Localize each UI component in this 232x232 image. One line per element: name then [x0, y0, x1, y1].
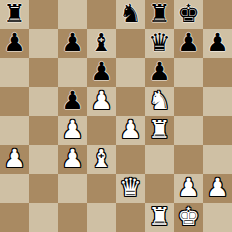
square-c4[interactable]: ♟ — [58, 116, 87, 145]
white-rook[interactable]: ♜ — [148, 202, 170, 231]
black-pawn[interactable]: ♟ — [177, 28, 199, 57]
black-king[interactable]: ♚ — [177, 0, 199, 28]
square-d8[interactable] — [87, 0, 116, 29]
square-b3[interactable] — [29, 145, 58, 174]
black-pawn[interactable]: ♟ — [148, 57, 170, 86]
square-f7[interactable]: ♛ — [145, 29, 174, 58]
white-knight[interactable]: ♞ — [148, 86, 170, 115]
square-d1[interactable] — [87, 203, 116, 232]
white-pawn[interactable]: ♟ — [177, 173, 199, 202]
square-g6[interactable] — [174, 58, 203, 87]
white-king[interactable]: ♚ — [177, 202, 199, 231]
square-b8[interactable] — [29, 0, 58, 29]
square-g1[interactable]: ♚ — [174, 203, 203, 232]
square-g5[interactable] — [174, 87, 203, 116]
square-h6[interactable] — [203, 58, 232, 87]
square-e7[interactable] — [116, 29, 145, 58]
black-queen[interactable]: ♛ — [148, 28, 170, 57]
square-e6[interactable] — [116, 58, 145, 87]
square-d2[interactable] — [87, 174, 116, 203]
square-d7[interactable]: ♝ — [87, 29, 116, 58]
square-h5[interactable] — [203, 87, 232, 116]
square-g4[interactable] — [174, 116, 203, 145]
square-a5[interactable] — [0, 87, 29, 116]
black-rook[interactable]: ♜ — [3, 0, 25, 28]
square-a4[interactable] — [0, 116, 29, 145]
square-f8[interactable]: ♜ — [145, 0, 174, 29]
square-c8[interactable] — [58, 0, 87, 29]
square-b7[interactable] — [29, 29, 58, 58]
black-pawn[interactable]: ♟ — [61, 28, 83, 57]
white-pawn[interactable]: ♟ — [61, 144, 83, 173]
black-knight[interactable]: ♞ — [119, 0, 141, 28]
white-pawn[interactable]: ♟ — [3, 144, 25, 173]
square-f3[interactable] — [145, 145, 174, 174]
white-bishop[interactable]: ♝ — [90, 144, 112, 173]
square-a7[interactable]: ♟ — [0, 29, 29, 58]
square-b4[interactable] — [29, 116, 58, 145]
black-pawn[interactable]: ♟ — [206, 28, 228, 57]
white-queen[interactable]: ♛ — [119, 173, 141, 202]
square-a2[interactable] — [0, 174, 29, 203]
square-b2[interactable] — [29, 174, 58, 203]
square-e8[interactable]: ♞ — [116, 0, 145, 29]
square-g8[interactable]: ♚ — [174, 0, 203, 29]
white-pawn[interactable]: ♟ — [119, 115, 141, 144]
square-c2[interactable] — [58, 174, 87, 203]
square-c1[interactable] — [58, 203, 87, 232]
square-e4[interactable]: ♟ — [116, 116, 145, 145]
square-c5[interactable]: ♟ — [58, 87, 87, 116]
white-pawn[interactable]: ♟ — [90, 86, 112, 115]
black-bishop[interactable]: ♝ — [90, 28, 112, 57]
white-pawn[interactable]: ♟ — [206, 173, 228, 202]
square-f2[interactable] — [145, 174, 174, 203]
square-d5[interactable]: ♟ — [87, 87, 116, 116]
square-h2[interactable]: ♟ — [203, 174, 232, 203]
square-g3[interactable] — [174, 145, 203, 174]
square-c6[interactable] — [58, 58, 87, 87]
square-b1[interactable] — [29, 203, 58, 232]
square-g2[interactable]: ♟ — [174, 174, 203, 203]
chess-board: ♜♞♜♚♟♟♝♛♟♟♟♟♟♟♞♟♟♜♟♟♝♛♟♟♜♚ — [0, 0, 232, 232]
square-e1[interactable] — [116, 203, 145, 232]
square-d6[interactable]: ♟ — [87, 58, 116, 87]
square-a8[interactable]: ♜ — [0, 0, 29, 29]
square-e5[interactable] — [116, 87, 145, 116]
square-e2[interactable]: ♛ — [116, 174, 145, 203]
square-h4[interactable] — [203, 116, 232, 145]
square-c7[interactable]: ♟ — [58, 29, 87, 58]
white-pawn[interactable]: ♟ — [61, 115, 83, 144]
black-pawn[interactable]: ♟ — [90, 57, 112, 86]
square-h7[interactable]: ♟ — [203, 29, 232, 58]
square-f6[interactable]: ♟ — [145, 58, 174, 87]
square-f4[interactable]: ♜ — [145, 116, 174, 145]
black-rook[interactable]: ♜ — [148, 0, 170, 28]
square-a6[interactable] — [0, 58, 29, 87]
square-b5[interactable] — [29, 87, 58, 116]
square-a3[interactable]: ♟ — [0, 145, 29, 174]
square-g7[interactable]: ♟ — [174, 29, 203, 58]
square-f1[interactable]: ♜ — [145, 203, 174, 232]
square-a1[interactable] — [0, 203, 29, 232]
black-pawn[interactable]: ♟ — [3, 28, 25, 57]
square-d3[interactable]: ♝ — [87, 145, 116, 174]
square-h1[interactable] — [203, 203, 232, 232]
white-rook[interactable]: ♜ — [148, 115, 170, 144]
square-c3[interactable]: ♟ — [58, 145, 87, 174]
square-h8[interactable] — [203, 0, 232, 29]
square-h3[interactable] — [203, 145, 232, 174]
square-b6[interactable] — [29, 58, 58, 87]
square-f5[interactable]: ♞ — [145, 87, 174, 116]
black-pawn[interactable]: ♟ — [61, 86, 83, 115]
square-d4[interactable] — [87, 116, 116, 145]
square-e3[interactable] — [116, 145, 145, 174]
